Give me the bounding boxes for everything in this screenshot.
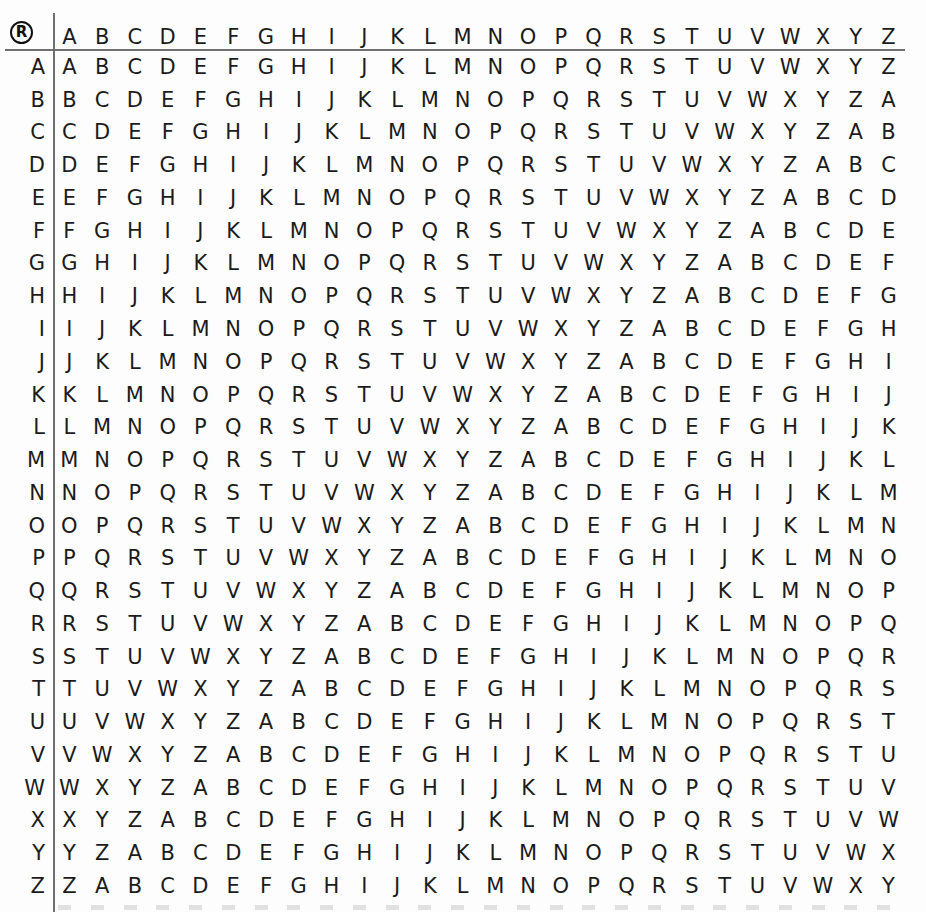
grid-cell: H [741,444,774,477]
grid-cell: D [446,608,479,641]
grid-cell: Y [479,411,512,444]
grid-cell: E [86,149,119,182]
row-header-cell: P [0,542,53,575]
grid-cell: L [446,870,479,903]
grid-cell: S [184,510,217,543]
grid-cell: F [315,805,348,838]
grid-cell: H [643,542,676,575]
grid-cell: F [872,248,905,281]
col-header-cell: Q [577,0,610,51]
grid-cell: M [839,510,872,543]
grid-cell: T [381,346,414,379]
grid-cell: R [413,248,446,281]
grid-cell: I [53,313,86,346]
grid-cell: U [315,444,348,477]
grid-cell: J [512,739,545,772]
grid-cell: I [446,772,479,805]
grid-cell: K [708,575,741,608]
grid-cell: V [446,346,479,379]
grid-cell: H [348,837,381,870]
grid-cell: E [512,575,545,608]
grid-cell: P [512,84,545,117]
grid-cell: D [839,215,872,248]
row-header-cell: C [0,117,53,150]
grid-cell: X [151,706,184,739]
grid-cell: G [119,182,152,215]
grid-cell: Y [250,641,283,674]
grid-cell: M [741,608,774,641]
col-header-cell: C [119,0,152,51]
grid-cell: G [250,51,283,84]
grid-cell: G [348,805,381,838]
grid-cell: O [577,837,610,870]
grid-cell: E [479,608,512,641]
grid-cell: D [741,313,774,346]
grid-cell: F [184,84,217,117]
cipher-grid: ABCDEFGHIJKLMNOPQRSTUVWXYZAABCDEFGHIJKLM… [0,0,905,903]
grid-cell: V [774,870,807,903]
grid-cell: J [53,346,86,379]
grid-cell: X [839,870,872,903]
grid-cell: C [413,608,446,641]
grid-cell: B [381,608,414,641]
grid-cell: K [676,608,709,641]
grid-cell: W [708,117,741,150]
grid-cell: X [381,477,414,510]
corner-empty-cell [0,0,53,51]
grid-cell: V [217,575,250,608]
grid-cell: J [381,870,414,903]
grid-cell: P [872,575,905,608]
grid-cell: Q [184,444,217,477]
col-header-cell: S [643,0,676,51]
grid-cell: J [676,575,709,608]
grid-cell: H [53,280,86,313]
grid-cell: G [217,84,250,117]
grid-cell: E [708,379,741,412]
grid-cell: C [381,641,414,674]
grid-cell: W [315,510,348,543]
grid-cell: D [774,280,807,313]
grid-cell: I [217,149,250,182]
grid-cell: E [741,346,774,379]
grid-cell: M [53,444,86,477]
grid-cell: F [577,542,610,575]
grid-cell: T [184,542,217,575]
grid-cell: L [741,575,774,608]
grid-cell: D [151,51,184,84]
grid-cell: B [315,674,348,707]
grid-cell: O [413,149,446,182]
grid-cell: O [348,215,381,248]
grid-cell: O [184,379,217,412]
grid-cell: L [544,772,577,805]
grid-cell: V [282,510,315,543]
grid-cell: R [119,542,152,575]
row-header-cell: U [0,706,53,739]
grid-cell: Q [348,280,381,313]
grid-cell: Q [741,739,774,772]
grid-cell: Z [544,379,577,412]
col-header-cell: W [774,0,807,51]
grid-cell: Q [315,313,348,346]
grid-cell: T [643,84,676,117]
grid-cell: Z [708,215,741,248]
grid-cell: T [250,477,283,510]
grid-cell: D [184,870,217,903]
grid-cell: B [512,477,545,510]
grid-cell: F [119,149,152,182]
grid-cell: H [282,51,315,84]
grid-cell: O [282,280,315,313]
grid-cell: Y [610,280,643,313]
grid-cell: T [872,706,905,739]
grid-cell: C [708,313,741,346]
grid-cell: B [872,117,905,150]
grid-cell: X [807,51,840,84]
col-header-cell: R [610,0,643,51]
grid-cell: I [184,182,217,215]
grid-cell: Q [577,51,610,84]
grid-cell: F [839,280,872,313]
grid-cell: U [872,739,905,772]
grid-cell: Q [807,674,840,707]
grid-cell: O [53,510,86,543]
grid-cell: J [446,805,479,838]
grid-cell: P [282,313,315,346]
grid-cell: O [807,608,840,641]
grid-cell: R [86,575,119,608]
grid-cell: N [282,248,315,281]
grid-cell: Y [839,51,872,84]
grid-cell: C [315,706,348,739]
grid-cell: V [53,739,86,772]
grid-cell: G [381,772,414,805]
grid-cell: M [577,772,610,805]
grid-cell: V [512,280,545,313]
grid-cell: A [872,84,905,117]
grid-cell: O [708,706,741,739]
grid-cell: T [86,641,119,674]
grid-cell: L [151,313,184,346]
grid-cell: Z [610,313,643,346]
grid-cell: F [381,739,414,772]
grid-cell: M [708,641,741,674]
grid-cell: K [741,542,774,575]
grid-cell: H [610,575,643,608]
grid-cell: S [250,444,283,477]
grid-cell: Q [708,772,741,805]
grid-cell: N [774,608,807,641]
grid-cell: A [250,706,283,739]
grid-cell: V [86,706,119,739]
grid-cell: Z [217,706,250,739]
grid-cell: Q [381,248,414,281]
grid-cell: S [413,280,446,313]
grid-cell: T [741,837,774,870]
grid-cell: Y [315,575,348,608]
grid-cell: R [807,706,840,739]
grid-cell: D [282,772,315,805]
grid-cell: L [774,542,807,575]
row-header-cell: J [0,346,53,379]
grid-cell: P [544,51,577,84]
grid-cell: Z [839,84,872,117]
row-header-cell: L [0,411,53,444]
grid-cell: F [479,641,512,674]
grid-cell: H [577,608,610,641]
grid-cell: R [479,182,512,215]
row-header-cell: Z [0,870,53,903]
grid-cell: Y [741,149,774,182]
grid-cell: U [774,837,807,870]
grid-cell: J [119,280,152,313]
grid-cell: F [413,706,446,739]
grid-cell: L [381,84,414,117]
grid-cell: U [839,772,872,805]
grid-cell: E [119,117,152,150]
grid-cell: C [512,510,545,543]
grid-cell: N [119,411,152,444]
grid-cell: V [643,149,676,182]
grid-cell: Y [282,608,315,641]
grid-cell: O [479,84,512,117]
grid-cell: T [512,215,545,248]
grid-cell: R [741,772,774,805]
grid-cell: Y [119,772,152,805]
grid-cell: I [119,248,152,281]
grid-cell: N [839,542,872,575]
grid-cell: M [479,870,512,903]
grid-cell: O [774,641,807,674]
grid-cell: Y [676,215,709,248]
grid-cell: X [774,84,807,117]
grid-cell: A [512,444,545,477]
grid-cell: O [676,739,709,772]
grid-cell: K [151,280,184,313]
row-header-cell: R [0,608,53,641]
col-header-cell: M [446,0,479,51]
grid-cell: B [119,870,152,903]
grid-cell: B [643,346,676,379]
grid-cell: I [348,870,381,903]
grid-cell: P [53,542,86,575]
grid-cell: Z [413,510,446,543]
grid-cell: D [53,149,86,182]
grid-cell: L [676,641,709,674]
grid-cell: J [610,641,643,674]
grid-cell: Q [86,542,119,575]
grid-cell: C [53,117,86,150]
grid-cell: S [315,379,348,412]
grid-cell: Z [872,51,905,84]
grid-cell: U [53,706,86,739]
grid-cell: G [413,739,446,772]
grid-cell: A [282,674,315,707]
grid-cell: R [282,379,315,412]
grid-cell: Q [643,837,676,870]
grid-cell: I [381,837,414,870]
grid-cell: E [544,542,577,575]
grid-cell: N [315,215,348,248]
grid-cell: E [348,739,381,772]
grid-cell: R [643,870,676,903]
grid-cell: X [86,772,119,805]
grid-cell: P [151,444,184,477]
grid-cell: F [217,51,250,84]
grid-cell: J [544,706,577,739]
grid-cell: J [807,444,840,477]
grid-cell: B [282,706,315,739]
grid-cell: R [544,117,577,150]
grid-cell: H [315,870,348,903]
col-header-cell: A [53,0,86,51]
row-header-cell: M [0,444,53,477]
grid-cell: H [446,739,479,772]
grid-cell: M [151,346,184,379]
grid-cell: X [610,248,643,281]
grid-cell: K [446,837,479,870]
grid-cell: Q [872,608,905,641]
grid-cell: G [446,706,479,739]
grid-cell: A [741,215,774,248]
grid-cell: Z [86,837,119,870]
grid-cell: I [282,84,315,117]
grid-cell: S [53,641,86,674]
grid-cell: E [872,215,905,248]
grid-cell: H [184,149,217,182]
grid-cell: X [512,346,545,379]
grid-cell: B [807,182,840,215]
grid-cell: N [872,510,905,543]
grid-cell: Q [610,870,643,903]
grid-cell: Y [184,706,217,739]
grid-cell: Y [643,248,676,281]
grid-cell: Y [413,477,446,510]
grid-cell: P [708,739,741,772]
grid-cell: F [446,674,479,707]
col-header-cell: I [315,0,348,51]
grid-cell: P [577,870,610,903]
grid-cell: I [708,510,741,543]
grid-cell: X [217,641,250,674]
grid-cell: O [446,117,479,150]
grid-cell: T [413,313,446,346]
grid-cell: R [577,84,610,117]
grid-cell: S [676,870,709,903]
grid-cell: Y [807,84,840,117]
grid-cell: R [839,674,872,707]
grid-cell: C [348,674,381,707]
grid-cell: E [807,280,840,313]
grid-cell: H [413,772,446,805]
grid-cell: H [676,510,709,543]
grid-cell: G [872,280,905,313]
grid-cell: Z [643,280,676,313]
grid-cell: O [872,542,905,575]
grid-cell: Y [348,542,381,575]
grid-cell: V [872,772,905,805]
grid-cell: D [544,510,577,543]
col-header-cell: T [676,0,709,51]
grid-cell: I [774,444,807,477]
col-header-cell: J [348,0,381,51]
grid-cell: Y [577,313,610,346]
row-header-cell: Q [0,575,53,608]
grid-cell: B [610,379,643,412]
grid-cell: O [315,248,348,281]
grid-cell: R [151,510,184,543]
row-header-cell: K [0,379,53,412]
grid-cell: R [184,477,217,510]
grid-cell: F [512,608,545,641]
grid-cell: R [315,346,348,379]
grid-cell: Y [544,346,577,379]
grid-cell: O [544,870,577,903]
grid-cell: C [479,542,512,575]
grid-cell: I [151,215,184,248]
grid-cell: K [643,641,676,674]
grid-cell: R [446,215,479,248]
grid-cell: Z [184,739,217,772]
grid-cell: G [839,313,872,346]
grid-cell: Q [151,477,184,510]
grid-cell: O [151,411,184,444]
grid-cell: C [610,411,643,444]
grid-cell: Y [151,739,184,772]
cropped-next-row-artifact [58,905,910,910]
grid-cell: M [217,280,250,313]
grid-cell: Y [708,182,741,215]
grid-cell: E [446,641,479,674]
grid-cell: L [479,837,512,870]
grid-cell: T [446,280,479,313]
grid-cell: G [610,542,643,575]
grid-cell: R [610,51,643,84]
grid-cell: W [348,477,381,510]
grid-cell: A [610,346,643,379]
grid-cell: V [250,542,283,575]
grid-cell: G [774,379,807,412]
grid-cell: O [741,674,774,707]
grid-cell: U [119,641,152,674]
grid-cell: L [86,379,119,412]
tabula-recta-board: R ABCDEFGHIJKLMNOPQRSTUVWXYZAABCDEFGHIJK… [0,0,926,912]
grid-cell: K [86,346,119,379]
grid-cell: L [315,149,348,182]
grid-cell: T [479,248,512,281]
grid-cell: F [348,772,381,805]
grid-cell: E [151,84,184,117]
grid-cell: C [676,346,709,379]
grid-cell: F [676,444,709,477]
grid-cell: F [282,837,315,870]
grid-cell: G [151,149,184,182]
col-header-cell: K [381,0,414,51]
grid-cell: M [250,248,283,281]
grid-cell: E [381,706,414,739]
grid-cell: B [577,411,610,444]
col-header-cell: H [282,0,315,51]
grid-cell: M [676,674,709,707]
grid-cell: U [184,575,217,608]
grid-cell: J [708,542,741,575]
grid-cell: N [381,149,414,182]
grid-cell: A [413,542,446,575]
grid-cell: B [250,739,283,772]
col-header-cell: Y [839,0,872,51]
grid-cell: C [643,379,676,412]
